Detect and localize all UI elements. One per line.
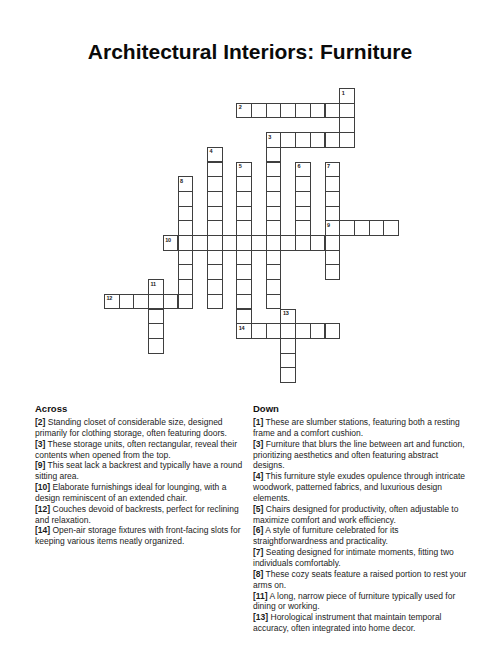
cell-number-2: 2 — [239, 104, 242, 110]
grid-cell-r5c13[interactable]: 6 — [295, 162, 311, 178]
clue-across-9: [9] This seat lack a backrest and typica… — [35, 460, 248, 482]
clue-number: [5] — [253, 504, 263, 514]
clue-down-11: [11] A long, narrow piece of furniture t… — [253, 591, 471, 613]
grid-cell-r7c9[interactable] — [236, 191, 252, 207]
clue-down-3: [3] Furniture that blurs the line betwee… — [253, 439, 471, 472]
down-clue-list: [1] These are slumber stations, featurin… — [253, 417, 471, 634]
grid-cell-r10c4[interactable]: 10 — [163, 235, 179, 251]
grid-cell-r5c11[interactable] — [266, 162, 282, 178]
grid-cell-r10c11[interactable] — [266, 235, 282, 251]
page-title: Architectural Interiors: Furniture — [0, 40, 500, 64]
grid-cell-r7c5[interactable] — [178, 191, 194, 207]
cell-number-10: 10 — [165, 237, 171, 243]
grid-cell-r3c11[interactable]: 3 — [266, 132, 282, 148]
grid-cell-r7c11[interactable] — [266, 191, 282, 207]
down-clues-section: Down [1] These are slumber stations, fea… — [253, 403, 471, 634]
clue-down-1: [1] These are slumber stations, featurin… — [253, 417, 471, 439]
clue-number: [11] — [253, 591, 268, 601]
grid-cell-r13c3[interactable]: 11 — [148, 279, 164, 295]
grid-cell-r16c15[interactable] — [325, 323, 341, 339]
grid-cell-r9c7[interactable] — [207, 220, 223, 236]
clue-across-3: [3] These storage units, often rectangul… — [35, 439, 248, 461]
clue-number: [9] — [35, 460, 45, 470]
grid-cell-r12c5[interactable] — [178, 264, 194, 280]
grid-cell-r13c9[interactable] — [236, 279, 252, 295]
grid-cell-r16c13[interactable] — [295, 323, 311, 339]
grid-cell-r9c17[interactable] — [354, 220, 370, 236]
grid-cell-r10c12[interactable] — [280, 235, 296, 251]
grid-cell-r10c10[interactable] — [251, 235, 267, 251]
across-clues-section: Across [2] Standing closet of considerab… — [35, 403, 248, 547]
grid-cell-r9c19[interactable] — [383, 220, 399, 236]
cell-number-7: 7 — [327, 163, 330, 169]
cell-number-6: 6 — [298, 163, 301, 169]
clue-across-14: [14] Open-air storage fixtures with fron… — [35, 525, 248, 547]
grid-cell-r3c15[interactable] — [325, 132, 341, 148]
grid-cell-r1c14[interactable] — [310, 103, 326, 119]
grid-cell-r12c15[interactable] — [325, 264, 341, 280]
grid-cell-r16c11[interactable] — [266, 323, 282, 339]
grid-cell-r11c15[interactable] — [325, 250, 341, 266]
grid-cell-r10c9[interactable] — [236, 235, 252, 251]
grid-cell-r1c16[interactable] — [339, 103, 355, 119]
clue-number: [8] — [253, 569, 263, 579]
grid-cell-r12c11[interactable] — [266, 264, 282, 280]
grid-cell-r15c9[interactable] — [236, 309, 252, 325]
grid-cell-r9c18[interactable] — [369, 220, 385, 236]
grid-cell-r1c13[interactable] — [295, 103, 311, 119]
grid-cell-r0c16[interactable]: 1 — [339, 88, 355, 104]
clue-across-10: [10] Elaborate furnishings ideal for lou… — [35, 482, 248, 504]
grid-cell-r5c9[interactable]: 5 — [236, 162, 252, 178]
grid-cell-r6c13[interactable] — [295, 176, 311, 192]
across-header: Across — [35, 403, 248, 414]
grid-cell-r10c14[interactable] — [310, 235, 326, 251]
grid-cell-r15c3[interactable] — [148, 309, 164, 325]
grid-cell-r8c11[interactable] — [266, 206, 282, 222]
grid-cell-r19c12[interactable] — [280, 367, 296, 383]
grid-cell-r7c7[interactable] — [207, 191, 223, 207]
grid-cell-r6c11[interactable] — [266, 176, 282, 192]
grid-cell-r17c12[interactable] — [280, 338, 296, 354]
grid-cell-r1c10[interactable] — [251, 103, 267, 119]
cell-number-9: 9 — [327, 222, 330, 228]
grid-cell-r15c12[interactable]: 13 — [280, 309, 296, 325]
grid-cell-r11c7[interactable] — [207, 250, 223, 266]
grid-cell-r8c5[interactable] — [178, 206, 194, 222]
clue-number: [4] — [253, 471, 263, 481]
clue-number: [6] — [253, 525, 263, 535]
grid-cell-r1c9[interactable]: 2 — [236, 103, 252, 119]
crossword-grid: 1234567891011121314 — [104, 88, 400, 384]
grid-cell-r13c11[interactable] — [266, 279, 282, 295]
clue-number: [2] — [35, 417, 45, 427]
grid-cell-r3c12[interactable] — [280, 132, 296, 148]
clue-across-2: [2] Standing closet of considerable size… — [35, 417, 248, 439]
grid-cell-r13c7[interactable] — [207, 279, 223, 295]
grid-cell-r12c7[interactable] — [207, 264, 223, 280]
grid-cell-r14c9[interactable] — [236, 294, 252, 310]
grid-cell-r5c7[interactable] — [207, 162, 223, 178]
grid-cell-r9c15[interactable]: 9 — [325, 220, 341, 236]
grid-cell-r9c11[interactable] — [266, 220, 282, 236]
grid-cell-r9c16[interactable] — [339, 220, 355, 236]
grid-cell-r3c13[interactable] — [295, 132, 311, 148]
grid-cell-r14c1[interactable] — [119, 294, 135, 310]
grid-cell-r18c12[interactable] — [280, 353, 296, 369]
grid-cell-r14c3[interactable] — [148, 294, 164, 310]
grid-cell-r4c7[interactable]: 4 — [207, 147, 223, 163]
clue-down-8: [8] These cozy seats feature a raised po… — [253, 569, 471, 591]
grid-cell-r14c2[interactable] — [133, 294, 149, 310]
clue-number: [1] — [253, 417, 263, 427]
cell-number-1: 1 — [342, 90, 345, 96]
grid-cell-r6c7[interactable] — [207, 176, 223, 192]
grid-cell-r10c7[interactable] — [207, 235, 223, 251]
grid-cell-r9c9[interactable] — [236, 220, 252, 236]
clue-down-6: [6] A style of furniture celebrated for … — [253, 525, 471, 547]
grid-cell-r10c6[interactable] — [192, 235, 208, 251]
clue-across-12: [12] Couches devoid of backrests, perfec… — [35, 504, 248, 526]
grid-cell-r16c14[interactable] — [310, 323, 326, 339]
grid-cell-r12c9[interactable] — [236, 264, 252, 280]
grid-cell-r1c12[interactable] — [280, 103, 296, 119]
grid-cell-r11c11[interactable] — [266, 250, 282, 266]
grid-cell-r6c15[interactable] — [325, 176, 341, 192]
grid-cell-r10c13[interactable] — [295, 235, 311, 251]
grid-cell-r3c14[interactable] — [310, 132, 326, 148]
grid-cell-r10c15[interactable] — [325, 235, 341, 251]
grid-cell-r6c5[interactable]: 8 — [178, 176, 194, 192]
cell-number-12: 12 — [107, 295, 113, 301]
grid-cell-r10c8[interactable] — [222, 235, 238, 251]
grid-cell-r1c11[interactable] — [266, 103, 282, 119]
clue-down-7: [7] Seating designed for intimate moment… — [253, 547, 471, 569]
cell-number-3: 3 — [268, 134, 271, 140]
grid-cell-r4c11[interactable] — [266, 147, 282, 163]
cell-number-11: 11 — [151, 281, 156, 287]
grid-cell-r11c5[interactable] — [178, 250, 194, 266]
crossword-page: Architectural Interiors: Furniture 12345… — [0, 0, 500, 647]
grid-cell-r8c7[interactable] — [207, 206, 223, 222]
cell-number-8: 8 — [180, 178, 183, 184]
grid-cell-r14c5[interactable] — [178, 294, 194, 310]
clue-number: [14] — [35, 525, 50, 535]
grid-cell-r14c4[interactable] — [163, 294, 179, 310]
clue-number: [10] — [35, 482, 50, 492]
clue-number: [3] — [253, 439, 263, 449]
clue-down-5: [5] Chairs designed for productivity, of… — [253, 504, 471, 526]
clue-number: [7] — [253, 547, 263, 557]
grid-cell-r10c5[interactable] — [178, 235, 194, 251]
cell-number-5: 5 — [239, 163, 242, 169]
grid-cell-r6c9[interactable] — [236, 176, 252, 192]
grid-cell-r2c16[interactable] — [339, 117, 355, 133]
grid-cell-r14c0[interactable]: 12 — [104, 294, 120, 310]
clue-number: [12] — [35, 504, 50, 514]
grid-cell-r5c15[interactable]: 7 — [325, 162, 341, 178]
grid-cell-r16c12[interactable] — [280, 323, 296, 339]
across-clue-list: [2] Standing closet of considerable size… — [35, 417, 248, 547]
clue-number: [3] — [35, 439, 45, 449]
grid-cell-r13c5[interactable] — [178, 279, 194, 295]
grid-cell-r7c13[interactable] — [295, 191, 311, 207]
grid-cell-r7c15[interactable] — [325, 191, 341, 207]
grid-cell-r16c3[interactable] — [148, 323, 164, 339]
cell-number-14: 14 — [239, 325, 245, 331]
grid-cell-r8c15[interactable] — [325, 206, 341, 222]
down-header: Down — [253, 403, 471, 414]
clue-number: [13] — [253, 612, 268, 622]
grid-cell-r3c16[interactable] — [339, 132, 355, 148]
grid-cell-r14c7[interactable] — [207, 294, 223, 310]
grid-cell-r8c13[interactable] — [295, 206, 311, 222]
grid-cell-r14c11[interactable] — [266, 294, 282, 310]
grid-cell-r9c13[interactable] — [295, 220, 311, 236]
cell-number-13: 13 — [283, 310, 289, 316]
grid-cell-r9c5[interactable] — [178, 220, 194, 236]
grid-cell-r8c9[interactable] — [236, 206, 252, 222]
grid-cell-r1c15[interactable] — [325, 103, 341, 119]
grid-cell-r11c9[interactable] — [236, 250, 252, 266]
cell-number-4: 4 — [209, 148, 212, 154]
clue-down-4: [4] This furniture style exudes opulence… — [253, 471, 471, 504]
clue-down-13: [13] Horological instrument that maintai… — [253, 612, 471, 634]
grid-cell-r17c3[interactable] — [148, 338, 164, 354]
grid-cell-r16c10[interactable] — [251, 323, 267, 339]
grid-cell-r16c9[interactable]: 14 — [236, 323, 252, 339]
